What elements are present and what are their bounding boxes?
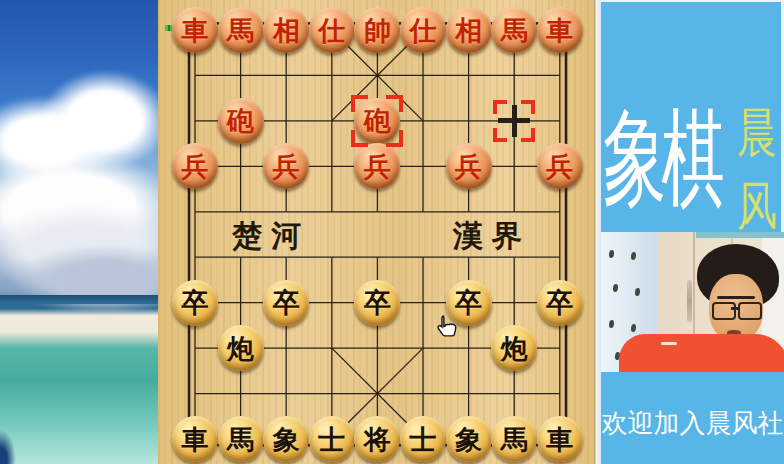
piece-red-車[interactable]: 車: [537, 7, 583, 53]
piece-glyph: 馬: [501, 426, 528, 453]
streamer-shirt: [619, 334, 784, 372]
piece-red-兵[interactable]: 兵: [446, 143, 492, 189]
curtain-pattern-dot: [631, 252, 636, 260]
piece-glyph: 士: [318, 426, 345, 453]
piece-glyph: 車: [182, 17, 209, 44]
piece-black-象[interactable]: 象: [446, 416, 492, 462]
curtain-pattern-dot: [609, 320, 614, 328]
piece-black-炮[interactable]: 炮: [218, 325, 264, 371]
channel-title-xiangqi: 象棋: [603, 86, 720, 232]
hand-cursor: [434, 314, 458, 342]
piece-red-相[interactable]: 相: [446, 7, 492, 53]
stream-sidebar: 象棋 晨 风: [601, 0, 784, 464]
piece-black-炮[interactable]: 炮: [491, 325, 537, 371]
piece-glyph: 卒: [273, 289, 300, 316]
piece-glyph: 砲: [227, 107, 254, 134]
piece-black-卒[interactable]: 卒: [537, 280, 583, 326]
piece-red-砲[interactable]: 砲: [218, 98, 264, 144]
piece-black-士[interactable]: 士: [309, 416, 355, 462]
piece-red-仕[interactable]: 仕: [309, 7, 355, 53]
title-sub-char: 晨: [737, 97, 777, 170]
glasses: [712, 302, 762, 317]
glasses-bridge: [731, 307, 739, 310]
piece-glyph: 車: [546, 17, 573, 44]
origin-crosshair-icon: [498, 105, 530, 137]
webcam-video: [601, 232, 784, 372]
selection-corner-brackets: [351, 95, 403, 147]
piece-glyph: 兵: [364, 153, 391, 180]
piece-glyph: 士: [410, 426, 437, 453]
piece-glyph: 馬: [227, 426, 254, 453]
piece-black-車[interactable]: 車: [537, 416, 583, 462]
piece-glyph: 仕: [410, 17, 437, 44]
piece-red-車[interactable]: 車: [172, 7, 218, 53]
curtain-pattern-dot: [635, 288, 640, 296]
piece-glyph: 車: [182, 426, 209, 453]
sidebar-top-edge: [601, 0, 784, 2]
piece-red-馬[interactable]: 馬: [218, 7, 264, 53]
piece-red-相[interactable]: 相: [263, 7, 309, 53]
panel-separator: [594, 0, 601, 464]
curtain-pattern-dot: [609, 250, 614, 258]
piece-red-馬[interactable]: 馬: [491, 7, 537, 53]
piece-glyph: 卒: [182, 289, 209, 316]
piece-black-象[interactable]: 象: [263, 416, 309, 462]
piece-glyph: 帥: [364, 17, 391, 44]
piece-glyph: 象: [455, 426, 482, 453]
piece-glyph: 車: [546, 426, 573, 453]
piece-black-士[interactable]: 士: [400, 416, 446, 462]
piece-glyph: 象: [273, 426, 300, 453]
piece-glyph: 兵: [455, 153, 482, 180]
piece-glyph: 相: [273, 17, 300, 44]
window-strip: [696, 232, 784, 238]
piece-glyph: 仕: [318, 17, 345, 44]
piece-glyph: 将: [364, 426, 391, 453]
curtain-pattern-dot: [613, 284, 618, 292]
piece-glyph: 卒: [455, 289, 482, 316]
deep-water-patch: [0, 430, 16, 464]
curtain-pattern-dot: [631, 324, 636, 332]
piece-glyph: 兵: [546, 153, 573, 180]
piece-glyph: 卒: [546, 289, 573, 316]
river-label-han-jie: 漢界: [453, 216, 531, 257]
piece-glyph: 相: [455, 17, 482, 44]
river-label-chu-he: 楚河: [232, 216, 310, 257]
channel-title-chenfeng: 晨 风: [737, 97, 777, 242]
piece-glyph: 馬: [501, 17, 528, 44]
glasses-lens: [712, 302, 736, 320]
glasses-lens: [738, 302, 762, 320]
wardrobe-handle: [687, 280, 692, 322]
beach-background-photo: [0, 0, 158, 464]
piece-red-仕[interactable]: 仕: [400, 7, 446, 53]
piece-black-馬[interactable]: 馬: [218, 416, 264, 462]
shirt-logo: [661, 342, 677, 345]
piece-black-車[interactable]: 車: [172, 416, 218, 462]
streamer-eyebrows: [717, 296, 755, 299]
piece-black-卒[interactable]: 卒: [263, 280, 309, 326]
piece-glyph: 兵: [273, 153, 300, 180]
piece-glyph: 兵: [182, 153, 209, 180]
piece-black-卒[interactable]: 卒: [354, 280, 400, 326]
piece-red-兵[interactable]: 兵: [172, 143, 218, 189]
piece-glyph: 馬: [227, 17, 254, 44]
piece-glyph: 炮: [227, 335, 254, 362]
piece-black-馬[interactable]: 馬: [491, 416, 537, 462]
piece-glyph: 卒: [364, 289, 391, 316]
xiangqi-board[interactable]: 楚河 漢界 車馬相仕帥仕相馬車砲砲兵兵兵兵兵卒卒卒卒卒炮炮車馬象士将士象馬車: [158, 0, 594, 464]
piece-black-卒[interactable]: 卒: [172, 280, 218, 326]
welcome-banner: 欢迎加入晨风社: [601, 406, 784, 441]
piece-glyph: 炮: [501, 335, 528, 362]
piece-red-兵[interactable]: 兵: [537, 143, 583, 189]
app-window: 楚河 漢界 車馬相仕帥仕相馬車砲砲兵兵兵兵兵卒卒卒卒卒炮炮車馬象士将士象馬車 象…: [0, 0, 784, 464]
sea-horizon: [0, 295, 158, 304]
